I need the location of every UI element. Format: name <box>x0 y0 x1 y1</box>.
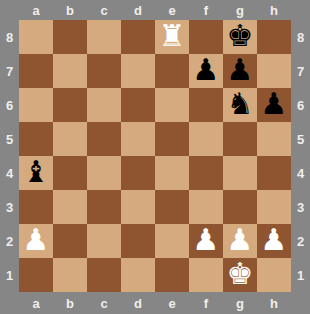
square-b2[interactable] <box>53 224 87 258</box>
square-g3[interactable] <box>223 190 257 224</box>
file-label-a-bottom: a <box>19 292 53 314</box>
square-f5[interactable] <box>189 122 223 156</box>
square-d6[interactable] <box>121 88 155 122</box>
file-label-c-top: c <box>87 0 121 20</box>
file-label-h-top: h <box>257 0 291 20</box>
square-b8[interactable] <box>53 20 87 54</box>
square-h5[interactable] <box>257 122 291 156</box>
rank-label-1-left: 1 <box>0 258 19 292</box>
square-c8[interactable] <box>87 20 121 54</box>
square-e5[interactable] <box>155 122 189 156</box>
file-label-d-bottom: d <box>121 292 155 314</box>
rank-label-4-left: 4 <box>0 156 19 190</box>
square-d4[interactable] <box>121 156 155 190</box>
file-label-f-top: f <box>189 0 223 20</box>
square-d3[interactable] <box>121 190 155 224</box>
square-a6[interactable] <box>19 88 53 122</box>
rank-label-5-left: 5 <box>0 122 19 156</box>
square-g1[interactable]: ♚ <box>223 258 257 292</box>
square-a7[interactable] <box>19 54 53 88</box>
black-pawn[interactable]: ♟ <box>261 89 288 119</box>
rank-label-4-right: 4 <box>291 156 310 190</box>
square-a5[interactable] <box>19 122 53 156</box>
square-f3[interactable] <box>189 190 223 224</box>
square-a8[interactable] <box>19 20 53 54</box>
square-c1[interactable] <box>87 258 121 292</box>
rank-label-7-right: 7 <box>291 54 310 88</box>
square-d2[interactable] <box>121 224 155 258</box>
square-d1[interactable] <box>121 258 155 292</box>
rank-label-6-left: 6 <box>0 88 19 122</box>
square-f6[interactable] <box>189 88 223 122</box>
black-knight[interactable]: ♞ <box>227 89 254 119</box>
file-label-h-bottom: h <box>257 292 291 314</box>
square-f2[interactable]: ♟ <box>189 224 223 258</box>
file-label-b-top: b <box>53 0 87 20</box>
file-label-a-top: a <box>19 0 53 20</box>
black-bishop[interactable]: ♝ <box>23 157 50 187</box>
square-h3[interactable] <box>257 190 291 224</box>
file-label-e-bottom: e <box>155 292 189 314</box>
square-b6[interactable] <box>53 88 87 122</box>
file-label-d-top: d <box>121 0 155 20</box>
rank-label-6-right: 6 <box>291 88 310 122</box>
white-pawn[interactable]: ♟ <box>227 225 254 255</box>
square-g2[interactable]: ♟ <box>223 224 257 258</box>
rank-labels-left: 87654321 <box>0 20 19 292</box>
rank-labels-right: 87654321 <box>291 20 310 292</box>
rank-label-2-right: 2 <box>291 224 310 258</box>
rank-label-8-left: 8 <box>0 20 19 54</box>
square-a3[interactable] <box>19 190 53 224</box>
square-c2[interactable] <box>87 224 121 258</box>
file-labels-top: abcdefgh <box>19 0 291 20</box>
file-label-b-bottom: b <box>53 292 87 314</box>
square-c4[interactable] <box>87 156 121 190</box>
square-b4[interactable] <box>53 156 87 190</box>
white-rook[interactable]: ♜ <box>159 21 186 51</box>
square-e6[interactable] <box>155 88 189 122</box>
square-f1[interactable] <box>189 258 223 292</box>
rank-label-8-right: 8 <box>291 20 310 54</box>
square-h6[interactable]: ♟ <box>257 88 291 122</box>
square-g4[interactable] <box>223 156 257 190</box>
square-c6[interactable] <box>87 88 121 122</box>
square-c7[interactable] <box>87 54 121 88</box>
square-d7[interactable] <box>121 54 155 88</box>
square-a4[interactable]: ♝ <box>19 156 53 190</box>
square-f4[interactable] <box>189 156 223 190</box>
chess-board-frame: abcdefgh abcdefgh 87654321 87654321 ♜♚♟♟… <box>0 0 310 314</box>
square-e7[interactable] <box>155 54 189 88</box>
square-h1[interactable] <box>257 258 291 292</box>
square-e2[interactable] <box>155 224 189 258</box>
square-e1[interactable] <box>155 258 189 292</box>
chess-board: ♜♚♟♟♞♟♝♟♟♟♟♚ <box>19 20 291 292</box>
white-king[interactable]: ♚ <box>227 259 254 289</box>
square-h2[interactable]: ♟ <box>257 224 291 258</box>
rank-label-3-right: 3 <box>291 190 310 224</box>
rank-label-2-left: 2 <box>0 224 19 258</box>
square-f8[interactable] <box>189 20 223 54</box>
file-label-f-bottom: f <box>189 292 223 314</box>
white-pawn[interactable]: ♟ <box>23 225 50 255</box>
square-b1[interactable] <box>53 258 87 292</box>
square-g7[interactable]: ♟ <box>223 54 257 88</box>
square-d5[interactable] <box>121 122 155 156</box>
white-pawn[interactable]: ♟ <box>193 225 220 255</box>
file-label-c-bottom: c <box>87 292 121 314</box>
square-h8[interactable] <box>257 20 291 54</box>
square-a2[interactable]: ♟ <box>19 224 53 258</box>
file-label-g-top: g <box>223 0 257 20</box>
square-g8[interactable]: ♚ <box>223 20 257 54</box>
black-king[interactable]: ♚ <box>227 21 254 51</box>
square-b7[interactable] <box>53 54 87 88</box>
square-c3[interactable] <box>87 190 121 224</box>
square-e3[interactable] <box>155 190 189 224</box>
black-pawn[interactable]: ♟ <box>227 55 254 85</box>
file-label-e-top: e <box>155 0 189 20</box>
square-e4[interactable] <box>155 156 189 190</box>
square-a1[interactable] <box>19 258 53 292</box>
square-g5[interactable] <box>223 122 257 156</box>
square-b3[interactable] <box>53 190 87 224</box>
rank-label-5-right: 5 <box>291 122 310 156</box>
rank-label-7-left: 7 <box>0 54 19 88</box>
square-h4[interactable] <box>257 156 291 190</box>
black-pawn[interactable]: ♟ <box>193 55 220 85</box>
file-labels-bottom: abcdefgh <box>19 292 291 314</box>
rank-label-1-right: 1 <box>291 258 310 292</box>
square-g6[interactable]: ♞ <box>223 88 257 122</box>
square-b5[interactable] <box>53 122 87 156</box>
file-label-g-bottom: g <box>223 292 257 314</box>
square-d8[interactable] <box>121 20 155 54</box>
square-e8[interactable]: ♜ <box>155 20 189 54</box>
square-f7[interactable]: ♟ <box>189 54 223 88</box>
square-c5[interactable] <box>87 122 121 156</box>
square-h7[interactable] <box>257 54 291 88</box>
rank-label-3-left: 3 <box>0 190 19 224</box>
white-pawn[interactable]: ♟ <box>261 225 288 255</box>
